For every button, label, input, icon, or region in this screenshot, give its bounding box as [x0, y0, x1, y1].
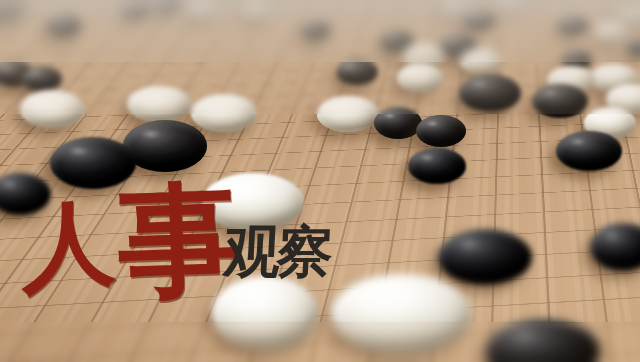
black-stone [438, 229, 532, 285]
white-stone [595, 21, 629, 43]
black-stone [374, 107, 422, 139]
go-scene: 人 事 观察 [0, 0, 640, 362]
black-stone [590, 223, 640, 271]
white-stone [497, 0, 525, 13]
black-stone [532, 84, 588, 118]
black-stone [556, 131, 622, 171]
white-stone [317, 96, 379, 132]
white-stone [397, 64, 443, 92]
white-stone [202, 173, 304, 231]
white-stone [188, 0, 220, 19]
black-stone [121, 0, 151, 19]
white-stone [619, 6, 640, 24]
white-stone [331, 274, 471, 354]
black-stone [408, 148, 466, 184]
white-stone [460, 48, 502, 74]
black-stone [22, 66, 62, 92]
black-stone [50, 137, 136, 189]
white-stone [212, 276, 318, 350]
black-stone [0, 0, 26, 21]
stones-layer [0, 0, 640, 362]
white-stone [20, 90, 84, 128]
white-stone [242, 0, 274, 20]
black-stone [0, 173, 51, 215]
black-stone [626, 38, 640, 56]
white-stone [127, 86, 191, 122]
white-stone [191, 94, 257, 132]
black-stone [416, 115, 466, 147]
black-stone [152, 0, 182, 14]
black-stone [486, 319, 600, 362]
black-stone [462, 9, 496, 31]
black-stone [301, 20, 331, 40]
black-stone [336, 59, 378, 85]
black-stone [557, 15, 589, 35]
black-stone [459, 74, 521, 112]
black-stone [46, 13, 82, 37]
